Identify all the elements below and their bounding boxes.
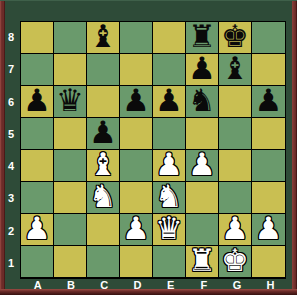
file-label-f: F bbox=[187, 278, 220, 292]
square-b6[interactable]: ♛ bbox=[54, 86, 87, 118]
square-f6[interactable]: ♞ bbox=[186, 86, 219, 118]
black-pawn: ♟ bbox=[122, 86, 150, 116]
square-e3[interactable]: ♞ bbox=[153, 182, 186, 214]
white-knight: ♞ bbox=[89, 182, 117, 212]
square-d1[interactable] bbox=[120, 246, 153, 278]
square-b8[interactable] bbox=[54, 22, 87, 54]
square-c7[interactable] bbox=[87, 54, 120, 86]
square-d7[interactable] bbox=[120, 54, 153, 86]
square-c8[interactable]: ♝ bbox=[87, 22, 120, 54]
square-h4[interactable] bbox=[252, 150, 285, 182]
rank-label-5: 5 bbox=[3, 118, 19, 150]
square-d2[interactable]: ♟ bbox=[120, 214, 153, 246]
square-f4[interactable]: ♟ bbox=[186, 150, 219, 182]
white-queen: ♛ bbox=[155, 214, 183, 244]
black-bishop: ♝ bbox=[89, 22, 117, 52]
white-pawn: ♟ bbox=[155, 150, 183, 180]
square-b4[interactable] bbox=[54, 150, 87, 182]
rank-label-6: 6 bbox=[3, 86, 19, 118]
white-pawn: ♟ bbox=[122, 214, 150, 244]
black-queen: ♛ bbox=[56, 86, 84, 116]
square-e1[interactable] bbox=[153, 246, 186, 278]
white-rook: ♜ bbox=[188, 246, 216, 276]
square-h1[interactable] bbox=[252, 246, 285, 278]
square-g4[interactable] bbox=[219, 150, 252, 182]
square-g8[interactable]: ♚ bbox=[219, 22, 252, 54]
black-pawn: ♟ bbox=[23, 86, 51, 116]
square-h8[interactable] bbox=[252, 22, 285, 54]
square-a5[interactable] bbox=[21, 118, 54, 150]
black-pawn: ♟ bbox=[188, 54, 216, 84]
square-a3[interactable] bbox=[21, 182, 54, 214]
square-b5[interactable] bbox=[54, 118, 87, 150]
square-c2[interactable] bbox=[87, 214, 120, 246]
white-knight: ♞ bbox=[155, 182, 183, 212]
square-c4[interactable]: ♝ bbox=[87, 150, 120, 182]
rank-label-1: 1 bbox=[3, 247, 19, 279]
square-g6[interactable] bbox=[219, 86, 252, 118]
square-b1[interactable] bbox=[54, 246, 87, 278]
square-f7[interactable]: ♟ bbox=[186, 54, 219, 86]
frame-right-edge bbox=[292, 1, 297, 295]
square-d8[interactable] bbox=[120, 22, 153, 54]
square-e5[interactable] bbox=[153, 118, 186, 150]
square-f1[interactable]: ♜ bbox=[186, 246, 219, 278]
black-king: ♚ bbox=[221, 22, 249, 52]
square-a6[interactable]: ♟ bbox=[21, 86, 54, 118]
square-e6[interactable]: ♟ bbox=[153, 86, 186, 118]
square-c5[interactable]: ♟ bbox=[87, 118, 120, 150]
chess-board: ♝♜♚♟♝♟♛♟♟♞♟♟♝♟♟♞♞♟♟♛♟♟♜♚ bbox=[20, 21, 286, 279]
square-g2[interactable]: ♟ bbox=[219, 214, 252, 246]
rank-label-7: 7 bbox=[3, 53, 19, 85]
square-f3[interactable] bbox=[186, 182, 219, 214]
square-e8[interactable] bbox=[153, 22, 186, 54]
square-h5[interactable] bbox=[252, 118, 285, 150]
square-e2[interactable]: ♛ bbox=[153, 214, 186, 246]
file-label-a: A bbox=[21, 278, 54, 292]
white-pawn: ♟ bbox=[188, 150, 216, 180]
square-h2[interactable]: ♟ bbox=[252, 214, 285, 246]
white-king: ♚ bbox=[221, 246, 249, 276]
black-pawn: ♟ bbox=[89, 118, 117, 148]
square-a4[interactable] bbox=[21, 150, 54, 182]
file-label-c: C bbox=[88, 278, 121, 292]
square-g1[interactable]: ♚ bbox=[219, 246, 252, 278]
square-f5[interactable] bbox=[186, 118, 219, 150]
square-e4[interactable]: ♟ bbox=[153, 150, 186, 182]
black-rook: ♜ bbox=[188, 22, 216, 52]
file-label-e: E bbox=[154, 278, 187, 292]
square-a1[interactable] bbox=[21, 246, 54, 278]
rank-label-4: 4 bbox=[3, 150, 19, 182]
file-label-g: G bbox=[221, 278, 254, 292]
square-d5[interactable] bbox=[120, 118, 153, 150]
square-a2[interactable]: ♟ bbox=[21, 214, 54, 246]
white-pawn: ♟ bbox=[255, 214, 283, 244]
square-f2[interactable] bbox=[186, 214, 219, 246]
square-d3[interactable] bbox=[120, 182, 153, 214]
black-pawn: ♟ bbox=[155, 86, 183, 116]
white-bishop: ♝ bbox=[89, 150, 117, 180]
square-g3[interactable] bbox=[219, 182, 252, 214]
file-label-h: H bbox=[254, 278, 287, 292]
square-f8[interactable]: ♜ bbox=[186, 22, 219, 54]
square-b7[interactable] bbox=[54, 54, 87, 86]
white-pawn: ♟ bbox=[23, 214, 51, 244]
square-d4[interactable] bbox=[120, 150, 153, 182]
rank-labels: 87654321 bbox=[3, 21, 19, 279]
black-knight: ♞ bbox=[188, 86, 216, 116]
rank-label-8: 8 bbox=[3, 21, 19, 53]
square-g5[interactable] bbox=[219, 118, 252, 150]
white-pawn: ♟ bbox=[221, 214, 249, 244]
square-b3[interactable] bbox=[54, 182, 87, 214]
square-h7[interactable] bbox=[252, 54, 285, 86]
square-d6[interactable]: ♟ bbox=[120, 86, 153, 118]
square-c6[interactable] bbox=[87, 86, 120, 118]
square-a8[interactable] bbox=[21, 22, 54, 54]
black-pawn: ♟ bbox=[255, 86, 283, 116]
square-e7[interactable] bbox=[153, 54, 186, 86]
file-labels: ABCDEFGH bbox=[21, 278, 287, 292]
square-b2[interactable] bbox=[54, 214, 87, 246]
rank-label-3: 3 bbox=[3, 182, 19, 214]
file-label-b: B bbox=[54, 278, 87, 292]
square-c3[interactable]: ♞ bbox=[87, 182, 120, 214]
rank-label-2: 2 bbox=[3, 215, 19, 247]
square-h3[interactable] bbox=[252, 182, 285, 214]
square-g7[interactable]: ♝ bbox=[219, 54, 252, 86]
square-c1[interactable] bbox=[87, 246, 120, 278]
square-h6[interactable]: ♟ bbox=[252, 86, 285, 118]
square-a7[interactable] bbox=[21, 54, 54, 86]
board-frame: 87654321 ♝♜♚♟♝♟♛♟♟♞♟♟♝♟♟♞♞♟♟♛♟♟♜♚ ABCDEF… bbox=[0, 0, 297, 295]
black-bishop: ♝ bbox=[221, 54, 249, 84]
file-label-d: D bbox=[121, 278, 154, 292]
